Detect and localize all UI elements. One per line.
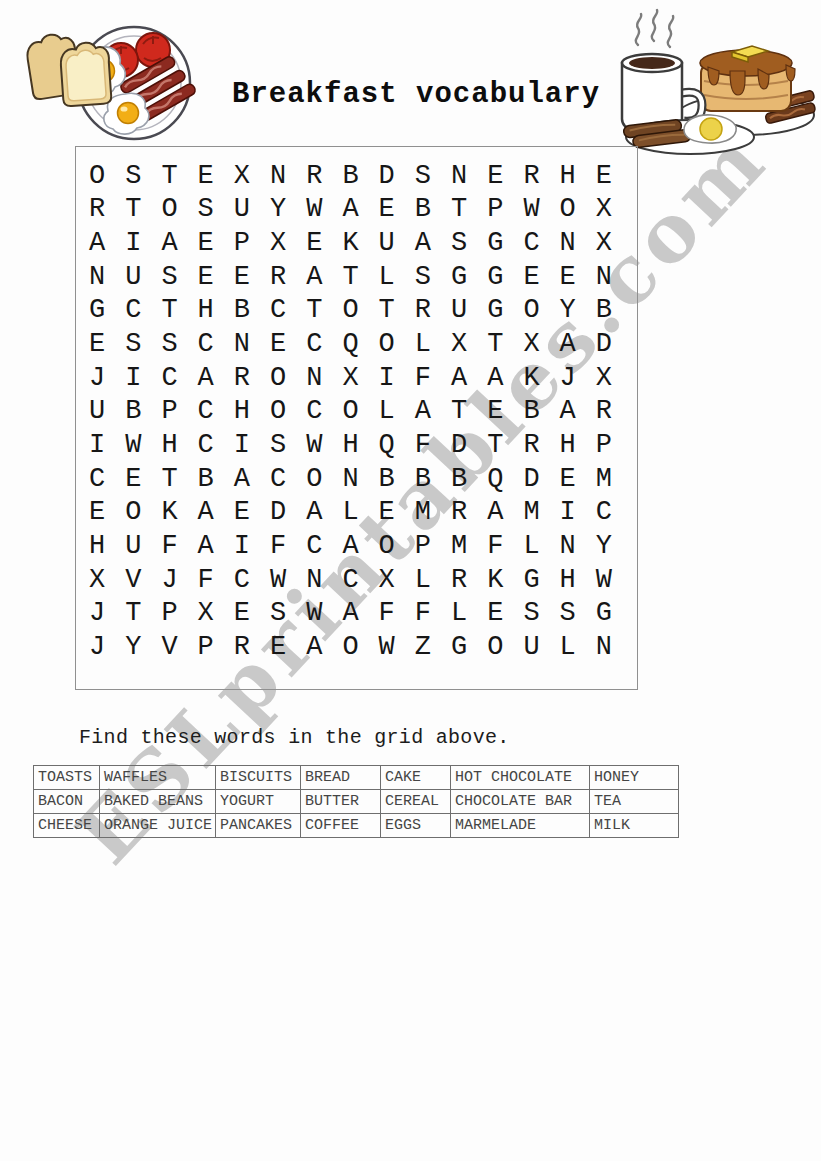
grid-cell: A — [405, 226, 441, 260]
grid-cell: J — [151, 563, 187, 597]
grid-cell: E — [586, 159, 622, 193]
grid-cell: F — [405, 361, 441, 395]
grid-cell: N — [441, 159, 477, 193]
grid-cell: R — [586, 395, 622, 429]
word-item: CAKE — [381, 766, 451, 790]
grid-cell: Z — [405, 630, 441, 664]
grid-cell: L — [550, 630, 586, 664]
grid-cell: J — [550, 361, 586, 395]
grid-cell: A — [188, 361, 224, 395]
grid-cell: E — [188, 226, 224, 260]
grid-cell: R — [513, 428, 549, 462]
grid-cell: G — [441, 260, 477, 294]
grid-cell: N — [332, 462, 368, 496]
grid-cell: B — [586, 294, 622, 328]
grid-cell: E — [79, 327, 115, 361]
grid-cell: R — [405, 294, 441, 328]
grid-cell: U — [115, 529, 151, 563]
pancakes-coffee-illustration — [598, 5, 818, 160]
grid-cell: S — [405, 260, 441, 294]
grid-cell: G — [477, 226, 513, 260]
grid-cell: O — [477, 630, 513, 664]
grid-cell: H — [151, 428, 187, 462]
grid-cell: A — [151, 226, 187, 260]
grid-cell: T — [115, 193, 151, 227]
grid-cell: X — [332, 361, 368, 395]
grid-cell: H — [188, 294, 224, 328]
grid-cell: E — [224, 260, 260, 294]
grid-cell: A — [332, 597, 368, 631]
grid-cell: I — [224, 529, 260, 563]
grid-cell: A — [405, 395, 441, 429]
grid-cell: E — [188, 260, 224, 294]
grid-cell: X — [586, 226, 622, 260]
grid-cell: T — [477, 428, 513, 462]
grid-cell: B — [513, 395, 549, 429]
grid-cell: R — [260, 260, 296, 294]
grid-cell: D — [369, 159, 405, 193]
word-table-row: CHEESEORANGE JUICEPANCAKESCOFFEEEGGSMARM… — [34, 814, 679, 838]
grid-cell: K — [151, 496, 187, 530]
word-item: CHOCOLATE BAR — [451, 790, 590, 814]
word-item: WAFFLES — [100, 766, 216, 790]
coffee-mug-icon — [622, 54, 702, 129]
grid-cell: H — [550, 159, 586, 193]
word-item: HOT CHOCOLATE — [451, 766, 590, 790]
grid-cell: A — [332, 193, 368, 227]
grid-cell: Y — [115, 630, 151, 664]
grid-cell: X — [260, 226, 296, 260]
grid-cell: M — [586, 462, 622, 496]
grid-cell: M — [441, 529, 477, 563]
grid-cell: P — [405, 529, 441, 563]
grid-cell: O — [332, 630, 368, 664]
grid-cell: T — [369, 294, 405, 328]
grid-cell: A — [296, 630, 332, 664]
grid-cell: R — [513, 159, 549, 193]
grid-cell: E — [115, 462, 151, 496]
grid-cell: P — [224, 226, 260, 260]
grid-cell: V — [115, 563, 151, 597]
word-item: MARMELADE — [451, 814, 590, 838]
grid-cell: S — [188, 193, 224, 227]
grid-cell: P — [477, 193, 513, 227]
grid-cell: D — [260, 496, 296, 530]
grid-cell: T — [332, 260, 368, 294]
grid-cell: S — [260, 597, 296, 631]
grid-cell: O — [332, 294, 368, 328]
grid-cell: L — [332, 496, 368, 530]
grid-cell: J — [79, 361, 115, 395]
word-item: BREAD — [301, 766, 381, 790]
grid-cell: A — [224, 462, 260, 496]
grid-cell: Q — [477, 462, 513, 496]
grid-cell: C — [296, 529, 332, 563]
page-title: Breakfast vocabulary — [232, 78, 600, 111]
grid-cell: O — [332, 395, 368, 429]
fried-egg-icon — [684, 115, 736, 143]
grid-cell: C — [188, 428, 224, 462]
grid-cell: T — [441, 193, 477, 227]
grid-cell: C — [79, 462, 115, 496]
grid-cell: D — [513, 462, 549, 496]
grid-cell: M — [513, 496, 549, 530]
grid-cell: C — [151, 361, 187, 395]
grid-cell: A — [296, 260, 332, 294]
grid-cell: X — [224, 159, 260, 193]
grid-cell: R — [441, 563, 477, 597]
grid-cell: F — [405, 428, 441, 462]
grid-cell: A — [550, 395, 586, 429]
grid-cell: O — [79, 159, 115, 193]
grid-cell: T — [151, 462, 187, 496]
word-item: BUTTER — [301, 790, 381, 814]
grid-cell: G — [79, 294, 115, 328]
grid-cell: C — [296, 395, 332, 429]
grid-cell: K — [332, 226, 368, 260]
grid-cell: A — [188, 529, 224, 563]
grid-cell: N — [586, 260, 622, 294]
grid-cell: S — [151, 260, 187, 294]
grid-cell: N — [79, 260, 115, 294]
grid-cell: L — [369, 395, 405, 429]
grid-cell: H — [332, 428, 368, 462]
grid-cell: H — [79, 529, 115, 563]
grid-cell: Y — [550, 294, 586, 328]
grid-cell: R — [79, 193, 115, 227]
grid-cell: J — [79, 597, 115, 631]
grid-cell: R — [224, 361, 260, 395]
grid-cell: F — [260, 529, 296, 563]
grid-cell: Y — [260, 193, 296, 227]
grid-cell: N — [296, 361, 332, 395]
grid-cell: U — [369, 226, 405, 260]
grid-cell: I — [79, 428, 115, 462]
grid-cell: I — [115, 226, 151, 260]
grid-cell: O — [369, 327, 405, 361]
grid-cell: N — [550, 529, 586, 563]
grid-cell: S — [441, 226, 477, 260]
grid-cell: W — [513, 193, 549, 227]
word-item: YOGURT — [216, 790, 301, 814]
grid-cell: B — [224, 294, 260, 328]
grid-cell: E — [188, 159, 224, 193]
grid-cell: O — [151, 193, 187, 227]
grid-cell: A — [296, 496, 332, 530]
grid-cell: O — [115, 496, 151, 530]
grid-cell: U — [224, 193, 260, 227]
grid-cell: U — [441, 294, 477, 328]
grid-cell: S — [151, 327, 187, 361]
grid-cell: L — [405, 563, 441, 597]
grid-cell: X — [586, 361, 622, 395]
grid-cell: R — [224, 630, 260, 664]
grid-cell: K — [513, 361, 549, 395]
grid-cell: S — [550, 597, 586, 631]
grid-cell: B — [332, 159, 368, 193]
grid-cell: W — [260, 563, 296, 597]
grid-cell: I — [369, 361, 405, 395]
grid-cell: A — [441, 361, 477, 395]
word-item: BISCUITS — [216, 766, 301, 790]
grid-cell: N — [260, 159, 296, 193]
word-table-row: BACONBAKED BEANSYOGURTBUTTERCEREALCHOCOL… — [34, 790, 679, 814]
word-item: EGGS — [381, 814, 451, 838]
grid-cell: O — [513, 294, 549, 328]
word-item: BACON — [34, 790, 100, 814]
grid-cell: I — [550, 496, 586, 530]
grid-cell: T — [441, 395, 477, 429]
grid-cell: A — [550, 327, 586, 361]
grid-cell: F — [369, 597, 405, 631]
grid-cell: U — [79, 395, 115, 429]
grid-cell: B — [188, 462, 224, 496]
grid-cell: A — [332, 529, 368, 563]
grid-cell: N — [586, 630, 622, 664]
grid-cell: E — [260, 327, 296, 361]
grid-cell: B — [441, 462, 477, 496]
grid-cell: S — [260, 428, 296, 462]
grid-cell: W — [369, 630, 405, 664]
grid-cell: X — [188, 597, 224, 631]
grid-cell: C — [260, 462, 296, 496]
grid-cell: C — [115, 294, 151, 328]
grid-cell: C — [188, 395, 224, 429]
grid-cell: X — [586, 193, 622, 227]
grid-cell: E — [260, 630, 296, 664]
grid-cell: F — [188, 563, 224, 597]
grid-cell: A — [477, 496, 513, 530]
grid-cell: C — [260, 294, 296, 328]
grid-cell: W — [296, 193, 332, 227]
grid-cell: E — [79, 496, 115, 530]
grid-cell: C — [224, 563, 260, 597]
grid-cell: K — [477, 563, 513, 597]
grid-cell: E — [477, 597, 513, 631]
grid-cell: M — [405, 496, 441, 530]
grid-cell: U — [115, 260, 151, 294]
grid-cell: H — [550, 563, 586, 597]
word-table-row: TOASTSWAFFLESBISCUITSBREADCAKEHOT CHOCOL… — [34, 766, 679, 790]
grid-cell: E — [224, 496, 260, 530]
grid-cell: W — [296, 597, 332, 631]
grid-cell: N — [224, 327, 260, 361]
grid-cell: R — [296, 159, 332, 193]
grid-cell: C — [188, 327, 224, 361]
grid-cell: Q — [332, 327, 368, 361]
word-search-grid: OSTEXNRBDSNERHERTOSUYWAEBTPWOXAIAEPXEKUA… — [75, 146, 638, 690]
grid-cell: C — [513, 226, 549, 260]
grid-cell: G — [477, 294, 513, 328]
grid-cell: G — [441, 630, 477, 664]
grid-cell: C — [586, 496, 622, 530]
grid-cell: A — [79, 226, 115, 260]
steam-icon — [636, 10, 674, 47]
grid-cell: I — [115, 361, 151, 395]
grid-cell: E — [477, 395, 513, 429]
instruction-text: Find these words in the grid above. — [79, 726, 510, 749]
grid-cell: W — [115, 428, 151, 462]
grid-cell: O — [369, 529, 405, 563]
grid-cell: S — [405, 159, 441, 193]
grid-cell: B — [115, 395, 151, 429]
word-list-table: TOASTSWAFFLESBISCUITSBREADCAKEHOT CHOCOL… — [33, 765, 679, 838]
grid-cell: N — [550, 226, 586, 260]
grid-cell: X — [369, 563, 405, 597]
grid-cell: O — [260, 395, 296, 429]
word-item: COFFEE — [301, 814, 381, 838]
grid-cell: A — [188, 496, 224, 530]
grid-cell: I — [224, 428, 260, 462]
grid-cell: T — [151, 294, 187, 328]
grid-cell: W — [296, 428, 332, 462]
grid-cell: P — [188, 630, 224, 664]
grid-cell: D — [586, 327, 622, 361]
grid-cell: X — [513, 327, 549, 361]
grid-cell: Y — [586, 529, 622, 563]
grid-cell: B — [369, 462, 405, 496]
grid-cell: F — [405, 597, 441, 631]
grid-cell: E — [550, 462, 586, 496]
word-item: HONEY — [590, 766, 679, 790]
grid-cell: G — [513, 563, 549, 597]
grid-cell: T — [296, 294, 332, 328]
grid-cell: B — [405, 462, 441, 496]
grid-cell: L — [369, 260, 405, 294]
grid-cell: S — [115, 159, 151, 193]
grid-cell: X — [79, 563, 115, 597]
grid-cell: B — [405, 193, 441, 227]
word-item: ORANGE JUICE — [100, 814, 216, 838]
grid-cell: T — [151, 159, 187, 193]
grid-cell: Q — [369, 428, 405, 462]
grid-cell: P — [151, 395, 187, 429]
grid-cell: P — [586, 428, 622, 462]
grid-cell: F — [151, 529, 187, 563]
grid-cell: E — [513, 260, 549, 294]
grid-cell: W — [586, 563, 622, 597]
grid-cell: R — [441, 496, 477, 530]
grid-cell: G — [477, 260, 513, 294]
grid-cell: U — [513, 630, 549, 664]
grid-cell: P — [151, 597, 187, 631]
grid-cell: L — [441, 597, 477, 631]
grid-cell: O — [296, 462, 332, 496]
breakfast-plate-illustration — [22, 16, 197, 146]
grid-cell: N — [296, 563, 332, 597]
grid-cell: S — [513, 597, 549, 631]
grid-cell: L — [405, 327, 441, 361]
grid-cell: A — [477, 361, 513, 395]
word-item: TEA — [590, 790, 679, 814]
word-item: PANCAKES — [216, 814, 301, 838]
word-item: CEREAL — [381, 790, 451, 814]
grid-cell: C — [332, 563, 368, 597]
grid-cell: X — [441, 327, 477, 361]
grid-cell: T — [477, 327, 513, 361]
grid-cell: O — [260, 361, 296, 395]
grid-cell: J — [79, 630, 115, 664]
grid-cell: E — [477, 159, 513, 193]
grid-cell: L — [513, 529, 549, 563]
word-item: CHEESE — [34, 814, 100, 838]
grid-cell: F — [477, 529, 513, 563]
word-item: MILK — [590, 814, 679, 838]
grid-cell: G — [586, 597, 622, 631]
grid-cell: C — [296, 327, 332, 361]
grid-cell: E — [296, 226, 332, 260]
grid-cell: V — [151, 630, 187, 664]
grid-cell: D — [441, 428, 477, 462]
grid-cell: E — [550, 260, 586, 294]
grid-cell: E — [224, 597, 260, 631]
word-item: TOASTS — [34, 766, 100, 790]
grid-cell: T — [115, 597, 151, 631]
grid-cell: O — [550, 193, 586, 227]
grid-cell: H — [224, 395, 260, 429]
grid-cell: S — [115, 327, 151, 361]
grid-cell: E — [369, 193, 405, 227]
grid-cell: E — [369, 496, 405, 530]
word-item: BAKED BEANS — [100, 790, 216, 814]
grid-cell: H — [550, 428, 586, 462]
